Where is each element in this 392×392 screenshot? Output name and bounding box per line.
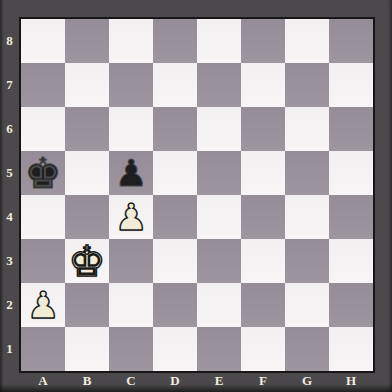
square-h3[interactable]: [329, 239, 373, 283]
square-a3[interactable]: [21, 239, 65, 283]
square-g1[interactable]: [285, 327, 329, 371]
square-g3[interactable]: [285, 239, 329, 283]
square-a8[interactable]: [21, 19, 65, 63]
square-g6[interactable]: [285, 107, 329, 151]
square-f3[interactable]: [241, 239, 285, 283]
square-f2[interactable]: [241, 283, 285, 327]
square-c6[interactable]: [109, 107, 153, 151]
square-c4[interactable]: ♟: [109, 195, 153, 239]
rank-label-4: 4: [0, 195, 19, 239]
square-f4[interactable]: [241, 195, 285, 239]
square-d4[interactable]: [153, 195, 197, 239]
square-d6[interactable]: [153, 107, 197, 151]
square-e6[interactable]: [197, 107, 241, 151]
square-c2[interactable]: [109, 283, 153, 327]
chess-board: ♚♟♟♚♟: [19, 17, 375, 373]
square-b5[interactable]: [65, 151, 109, 195]
square-g2[interactable]: [285, 283, 329, 327]
square-f8[interactable]: [241, 19, 285, 63]
square-b3[interactable]: ♚: [65, 239, 109, 283]
rank-label-3: 3: [0, 239, 19, 283]
square-e5[interactable]: [197, 151, 241, 195]
file-label-h: H: [329, 373, 373, 389]
square-d7[interactable]: [153, 63, 197, 107]
square-d2[interactable]: [153, 283, 197, 327]
square-h1[interactable]: [329, 327, 373, 371]
file-label-f: F: [241, 373, 285, 389]
square-e4[interactable]: [197, 195, 241, 239]
square-d8[interactable]: [153, 19, 197, 63]
rank-label-7: 7: [0, 63, 19, 107]
square-c3[interactable]: [109, 239, 153, 283]
file-label-g: G: [285, 373, 329, 389]
piece-white-pawn-a2[interactable]: ♟: [21, 283, 65, 327]
square-c5[interactable]: ♟: [109, 151, 153, 195]
square-h5[interactable]: [329, 151, 373, 195]
square-h4[interactable]: [329, 195, 373, 239]
square-f1[interactable]: [241, 327, 285, 371]
square-e8[interactable]: [197, 19, 241, 63]
square-d1[interactable]: [153, 327, 197, 371]
square-c1[interactable]: [109, 327, 153, 371]
square-b7[interactable]: [65, 63, 109, 107]
rank-label-1: 1: [0, 327, 19, 371]
rank-label-8: 8: [0, 19, 19, 63]
square-e7[interactable]: [197, 63, 241, 107]
square-c7[interactable]: [109, 63, 153, 107]
file-label-d: D: [153, 373, 197, 389]
rank-labels: 87654321: [0, 19, 19, 371]
rank-label-5: 5: [0, 151, 19, 195]
square-b4[interactable]: [65, 195, 109, 239]
square-a6[interactable]: [21, 107, 65, 151]
square-a4[interactable]: [21, 195, 65, 239]
square-h6[interactable]: [329, 107, 373, 151]
square-g5[interactable]: [285, 151, 329, 195]
square-f7[interactable]: [241, 63, 285, 107]
file-labels: ABCDEFGH: [21, 373, 373, 389]
square-d5[interactable]: [153, 151, 197, 195]
square-h2[interactable]: [329, 283, 373, 327]
rank-label-2: 2: [0, 283, 19, 327]
square-e1[interactable]: [197, 327, 241, 371]
square-e2[interactable]: [197, 283, 241, 327]
square-a5[interactable]: ♚: [21, 151, 65, 195]
square-d3[interactable]: [153, 239, 197, 283]
square-b8[interactable]: [65, 19, 109, 63]
square-h7[interactable]: [329, 63, 373, 107]
file-label-a: A: [21, 373, 65, 389]
piece-black-pawn-c5[interactable]: ♟: [109, 151, 153, 195]
file-label-b: B: [65, 373, 109, 389]
piece-white-king-b3[interactable]: ♚: [65, 239, 109, 283]
square-f5[interactable]: [241, 151, 285, 195]
file-label-e: E: [197, 373, 241, 389]
rank-label-6: 6: [0, 107, 19, 151]
square-a7[interactable]: [21, 63, 65, 107]
square-c8[interactable]: [109, 19, 153, 63]
square-b6[interactable]: [65, 107, 109, 151]
piece-black-king-a5[interactable]: ♚: [21, 151, 65, 195]
square-g8[interactable]: [285, 19, 329, 63]
square-a1[interactable]: [21, 327, 65, 371]
chess-diagram: 87654321 ♚♟♟♚♟ ABCDEFGH: [0, 0, 392, 392]
square-a2[interactable]: ♟: [21, 283, 65, 327]
square-h8[interactable]: [329, 19, 373, 63]
square-f6[interactable]: [241, 107, 285, 151]
piece-white-pawn-c4[interactable]: ♟: [109, 195, 153, 239]
square-b2[interactable]: [65, 283, 109, 327]
square-e3[interactable]: [197, 239, 241, 283]
square-g4[interactable]: [285, 195, 329, 239]
square-b1[interactable]: [65, 327, 109, 371]
square-g7[interactable]: [285, 63, 329, 107]
file-label-c: C: [109, 373, 153, 389]
